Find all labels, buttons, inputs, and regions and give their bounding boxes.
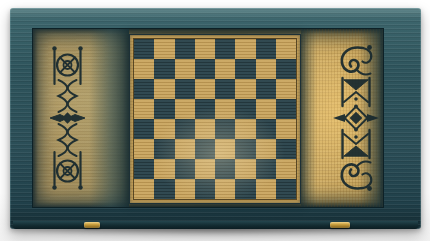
- board-square: [235, 139, 255, 159]
- board-square: [256, 39, 276, 59]
- board-square: [276, 159, 296, 179]
- board-square: [175, 59, 195, 79]
- board-square: [256, 119, 276, 139]
- case-bottom-edge: [13, 221, 418, 229]
- brass-foot-right: [330, 222, 350, 228]
- board-square: [154, 119, 174, 139]
- board-square: [195, 79, 215, 99]
- chessboard-grid: [134, 39, 296, 199]
- board-square: [235, 39, 255, 59]
- board-square: [235, 59, 255, 79]
- board-square: [256, 159, 276, 179]
- board-square: [195, 39, 215, 59]
- board-square: [154, 159, 174, 179]
- board-square: [276, 59, 296, 79]
- board-square: [154, 99, 174, 119]
- board-square: [175, 119, 195, 139]
- board-square: [154, 39, 174, 59]
- board-square: [215, 139, 235, 159]
- board-square: [134, 179, 154, 199]
- board-square: [175, 179, 195, 199]
- board-square: [256, 59, 276, 79]
- board-square: [235, 159, 255, 179]
- board-square: [235, 119, 255, 139]
- board-square: [215, 159, 235, 179]
- board-square: [134, 159, 154, 179]
- board-case-photo: [0, 0, 430, 241]
- board-square: [134, 59, 154, 79]
- board-square: [276, 179, 296, 199]
- board-square: [195, 159, 215, 179]
- board-square: [215, 79, 235, 99]
- board-square: [175, 159, 195, 179]
- board-square: [256, 79, 276, 99]
- arabesque-scroll-engraving-icon: [336, 44, 376, 192]
- board-square: [175, 39, 195, 59]
- brass-foot-left: [84, 222, 100, 228]
- board-square: [154, 59, 174, 79]
- board-square: [215, 119, 235, 139]
- board-square: [256, 139, 276, 159]
- board-square: [276, 139, 296, 159]
- board-square: [276, 79, 296, 99]
- smoke-shading-right-of-board: [301, 29, 317, 207]
- board-square: [215, 59, 235, 79]
- board-square: [256, 99, 276, 119]
- board-square: [154, 139, 174, 159]
- board-square: [256, 179, 276, 199]
- board-square: [175, 99, 195, 119]
- board-square: [175, 139, 195, 159]
- smoke-shading-left-of-board: [89, 29, 129, 207]
- board-square: [154, 179, 174, 199]
- board-square: [276, 99, 296, 119]
- board-square: [215, 99, 235, 119]
- board-square: [235, 99, 255, 119]
- board-square: [195, 59, 215, 79]
- board-square: [175, 79, 195, 99]
- lid-wood-surface: [32, 28, 384, 208]
- board-square: [195, 179, 215, 199]
- board-square: [215, 179, 235, 199]
- board-square: [195, 99, 215, 119]
- board-square: [134, 39, 154, 59]
- board-square: [134, 99, 154, 119]
- board-square: [134, 79, 154, 99]
- board-square: [134, 139, 154, 159]
- board-square: [154, 79, 174, 99]
- board-square: [276, 39, 296, 59]
- board-square: [276, 119, 296, 139]
- celtic-knot-engraving-icon: [49, 44, 86, 192]
- board-square: [215, 39, 235, 59]
- board-square: [195, 139, 215, 159]
- board-square: [134, 119, 154, 139]
- chessboard-panel: [129, 34, 301, 204]
- board-square: [195, 119, 215, 139]
- wooden-case-frame: [10, 8, 421, 229]
- board-square: [235, 79, 255, 99]
- board-square: [235, 179, 255, 199]
